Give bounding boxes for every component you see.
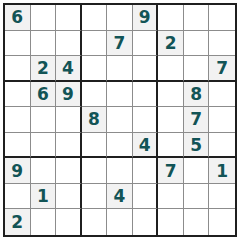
cell-r1c8[interactable] (184, 5, 210, 31)
cell-r5c8[interactable]: 7 (184, 107, 210, 133)
cell-r8c8[interactable] (184, 184, 210, 210)
cell-r6c1[interactable] (5, 133, 31, 159)
cell-r6c6[interactable]: 4 (133, 133, 159, 159)
cell-r2c1[interactable] (5, 31, 31, 57)
cell-r6c7[interactable] (158, 133, 184, 159)
cell-r2c5[interactable]: 7 (107, 31, 133, 57)
cell-r7c4[interactable] (82, 158, 108, 184)
cell-r5c4[interactable]: 8 (82, 107, 108, 133)
cell-r1c6[interactable]: 9 (133, 5, 159, 31)
cell-r4c5[interactable] (107, 82, 133, 108)
cell-r6c4[interactable] (82, 133, 108, 159)
cell-r2c6[interactable] (133, 31, 159, 57)
cell-r7c1[interactable]: 9 (5, 158, 31, 184)
cell-r4c7[interactable] (158, 82, 184, 108)
cell-r8c9[interactable] (209, 184, 235, 210)
cell-r5c6[interactable] (133, 107, 159, 133)
cell-r9c1[interactable]: 2 (5, 209, 31, 235)
cell-r2c9[interactable] (209, 31, 235, 57)
cell-r2c2[interactable] (31, 31, 57, 57)
cell-r5c9[interactable] (209, 107, 235, 133)
cell-r8c1[interactable] (5, 184, 31, 210)
cell-r3c5[interactable] (107, 56, 133, 82)
sudoku-page: 69722476988745971142 (0, 0, 240, 240)
cell-r9c2[interactable] (31, 209, 57, 235)
cell-r9c7[interactable] (158, 209, 184, 235)
cell-r1c4[interactable] (82, 5, 108, 31)
cell-r1c3[interactable] (56, 5, 82, 31)
cell-r9c3[interactable] (56, 209, 82, 235)
cell-r5c2[interactable] (31, 107, 57, 133)
cell-r2c4[interactable] (82, 31, 108, 57)
cell-r3c4[interactable] (82, 56, 108, 82)
cell-r8c7[interactable] (158, 184, 184, 210)
cell-r1c7[interactable] (158, 5, 184, 31)
cell-r3c9[interactable]: 7 (209, 56, 235, 82)
cell-r4c4[interactable] (82, 82, 108, 108)
cell-r6c8[interactable]: 5 (184, 133, 210, 159)
cell-r1c2[interactable] (31, 5, 57, 31)
cell-r5c5[interactable] (107, 107, 133, 133)
cell-r3c3[interactable]: 4 (56, 56, 82, 82)
cell-r4c6[interactable] (133, 82, 159, 108)
cell-r4c9[interactable] (209, 82, 235, 108)
cell-r3c7[interactable] (158, 56, 184, 82)
cell-r8c2[interactable]: 1 (31, 184, 57, 210)
cell-r9c4[interactable] (82, 209, 108, 235)
cell-r8c6[interactable] (133, 184, 159, 210)
cell-r7c6[interactable] (133, 158, 159, 184)
cell-r9c5[interactable] (107, 209, 133, 235)
cell-r6c5[interactable] (107, 133, 133, 159)
cell-r6c9[interactable] (209, 133, 235, 159)
cell-r3c2[interactable]: 2 (31, 56, 57, 82)
cell-r9c9[interactable] (209, 209, 235, 235)
cell-r7c7[interactable]: 7 (158, 158, 184, 184)
cell-r9c8[interactable] (184, 209, 210, 235)
cell-r8c3[interactable] (56, 184, 82, 210)
cell-r4c2[interactable]: 6 (31, 82, 57, 108)
cell-r7c3[interactable] (56, 158, 82, 184)
cell-r7c2[interactable] (31, 158, 57, 184)
cell-r4c1[interactable] (5, 82, 31, 108)
cell-r7c5[interactable] (107, 158, 133, 184)
cell-r4c8[interactable]: 8 (184, 82, 210, 108)
cell-r8c5[interactable]: 4 (107, 184, 133, 210)
cell-r6c3[interactable] (56, 133, 82, 159)
cell-r3c1[interactable] (5, 56, 31, 82)
cell-r6c2[interactable] (31, 133, 57, 159)
cell-r8c4[interactable] (82, 184, 108, 210)
cell-r1c1[interactable]: 6 (5, 5, 31, 31)
cell-r5c7[interactable] (158, 107, 184, 133)
cell-r9c6[interactable] (133, 209, 159, 235)
cell-r2c7[interactable]: 2 (158, 31, 184, 57)
cell-r2c3[interactable] (56, 31, 82, 57)
cell-r3c6[interactable] (133, 56, 159, 82)
cell-r2c8[interactable] (184, 31, 210, 57)
cell-r5c1[interactable] (5, 107, 31, 133)
cell-r4c3[interactable]: 9 (56, 82, 82, 108)
cell-r7c9[interactable]: 1 (209, 158, 235, 184)
cell-r1c5[interactable] (107, 5, 133, 31)
cell-r1c9[interactable] (209, 5, 235, 31)
sudoku-board: 69722476988745971142 (3, 3, 237, 237)
cell-r3c8[interactable] (184, 56, 210, 82)
cell-r7c8[interactable] (184, 158, 210, 184)
cell-r5c3[interactable] (56, 107, 82, 133)
